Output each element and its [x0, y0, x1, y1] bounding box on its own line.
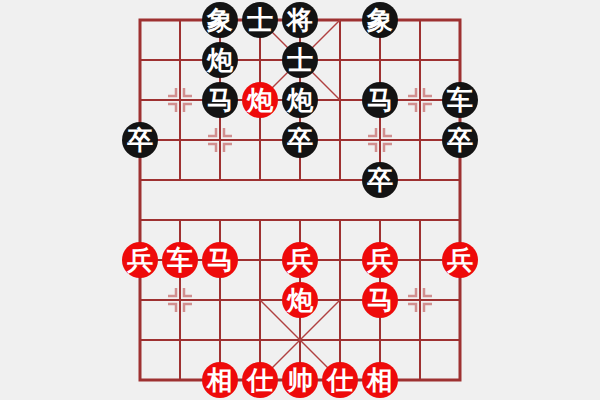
board-point-r8c0[interactable] — [120, 320, 160, 360]
board-point-r8c2[interactable] — [200, 320, 240, 360]
piece-red-soldier[interactable]: 兵 — [282, 242, 318, 278]
board-point-r4c5[interactable] — [320, 160, 360, 200]
board-point-r0c0[interactable] — [120, 0, 160, 40]
board-point-r8c3[interactable] — [240, 320, 280, 360]
piece-black-soldier[interactable]: 卒 — [282, 122, 318, 158]
board-point-r3c3[interactable] — [240, 120, 280, 160]
board-point-r5c4[interactable] — [280, 200, 320, 240]
board-point-r0c7[interactable] — [400, 0, 440, 40]
board-point-r4c3[interactable] — [240, 160, 280, 200]
board-point-r9c0[interactable] — [120, 360, 160, 400]
board-point-r8c1[interactable] — [160, 320, 200, 360]
piece-red-soldier[interactable]: 兵 — [362, 242, 398, 278]
board-point-r9c2[interactable]: 相 — [200, 360, 240, 400]
board-point-r5c0[interactable] — [120, 200, 160, 240]
board-point-r7c8[interactable] — [440, 280, 480, 320]
board-point-r3c0[interactable]: 卒 — [120, 120, 160, 160]
board-point-r1c1[interactable] — [160, 40, 200, 80]
board-point-r1c8[interactable] — [440, 40, 480, 80]
board-point-r9c4[interactable]: 帅 — [280, 360, 320, 400]
piece-black-elephant[interactable]: 象 — [362, 2, 398, 38]
board-point-r2c5[interactable] — [320, 80, 360, 120]
piece-red-cannon[interactable]: 炮 — [282, 282, 318, 318]
piece-black-soldier[interactable]: 卒 — [362, 162, 398, 198]
piece-black-general[interactable]: 将 — [282, 2, 318, 38]
board-point-r0c3[interactable]: 士 — [240, 0, 280, 40]
board-point-r3c4[interactable]: 卒 — [280, 120, 320, 160]
piece-red-general[interactable]: 帅 — [282, 362, 318, 398]
board-point-r9c3[interactable]: 仕 — [240, 360, 280, 400]
board-point-r3c1[interactable] — [160, 120, 200, 160]
board-point-r0c8[interactable] — [440, 0, 480, 40]
board-point-r0c6[interactable]: 象 — [360, 0, 400, 40]
board-point-r6c5[interactable] — [320, 240, 360, 280]
board-point-r6c4[interactable]: 兵 — [280, 240, 320, 280]
board-point-r7c2[interactable] — [200, 280, 240, 320]
piece-red-horse[interactable]: 马 — [362, 282, 398, 318]
board-point-r1c4[interactable]: 士 — [280, 40, 320, 80]
board-point-r9c6[interactable]: 相 — [360, 360, 400, 400]
piece-black-chariot[interactable]: 车 — [442, 82, 478, 118]
board-point-r1c6[interactable] — [360, 40, 400, 80]
board-point-r6c8[interactable]: 兵 — [440, 240, 480, 280]
board-point-r6c7[interactable] — [400, 240, 440, 280]
piece-red-soldier[interactable]: 兵 — [122, 242, 158, 278]
board-point-r5c6[interactable] — [360, 200, 400, 240]
board-point-r5c2[interactable] — [200, 200, 240, 240]
board-point-r2c8[interactable]: 车 — [440, 80, 480, 120]
board-point-r0c5[interactable] — [320, 0, 360, 40]
board-point-r7c5[interactable] — [320, 280, 360, 320]
piece-red-elephant[interactable]: 相 — [362, 362, 398, 398]
board-point-r6c6[interactable]: 兵 — [360, 240, 400, 280]
board-point-r5c3[interactable] — [240, 200, 280, 240]
board-point-r9c1[interactable] — [160, 360, 200, 400]
board-point-r2c0[interactable] — [120, 80, 160, 120]
piece-black-horse[interactable]: 马 — [362, 82, 398, 118]
board-point-r0c1[interactable] — [160, 0, 200, 40]
xiangqi-board: 象士将象炮士马炮炮马车卒卒卒卒兵车马兵兵兵炮马相仕帅仕相 — [120, 0, 480, 400]
board-point-r4c2[interactable] — [200, 160, 240, 200]
board-point-r1c7[interactable] — [400, 40, 440, 80]
board-point-r6c0[interactable]: 兵 — [120, 240, 160, 280]
piece-red-elephant[interactable]: 相 — [202, 362, 238, 398]
board-point-r4c7[interactable] — [400, 160, 440, 200]
board-point-r2c4[interactable]: 炮 — [280, 80, 320, 120]
board-point-r4c4[interactable] — [280, 160, 320, 200]
board-point-r8c7[interactable] — [400, 320, 440, 360]
board-point-r3c2[interactable] — [200, 120, 240, 160]
board-point-r1c3[interactable] — [240, 40, 280, 80]
board-point-r6c1[interactable]: 车 — [160, 240, 200, 280]
board-point-r7c3[interactable] — [240, 280, 280, 320]
board-point-r1c5[interactable] — [320, 40, 360, 80]
board-point-r2c1[interactable] — [160, 80, 200, 120]
board-point-r1c2[interactable]: 炮 — [200, 40, 240, 80]
board-point-r8c4[interactable] — [280, 320, 320, 360]
board-point-r1c0[interactable] — [120, 40, 160, 80]
board-point-r3c6[interactable] — [360, 120, 400, 160]
xiangqi-app: 象士将象炮士马炮炮马车卒卒卒卒兵车马兵兵兵炮马相仕帅仕相 — [0, 0, 600, 400]
board-point-r5c1[interactable] — [160, 200, 200, 240]
piece-black-horse[interactable]: 马 — [202, 82, 238, 118]
board-point-r4c0[interactable] — [120, 160, 160, 200]
board-point-r7c6[interactable]: 马 — [360, 280, 400, 320]
board-point-r4c8[interactable] — [440, 160, 480, 200]
board-point-r9c8[interactable] — [440, 360, 480, 400]
board-point-r0c2[interactable]: 象 — [200, 0, 240, 40]
piece-black-advisor[interactable]: 士 — [242, 2, 278, 38]
board-point-r5c8[interactable] — [440, 200, 480, 240]
board-point-r5c5[interactable] — [320, 200, 360, 240]
board-point-r5c7[interactable] — [400, 200, 440, 240]
piece-black-cannon[interactable]: 炮 — [202, 42, 238, 78]
piece-red-advisor[interactable]: 仕 — [322, 362, 358, 398]
board-point-r7c1[interactable] — [160, 280, 200, 320]
board-point-r2c7[interactable] — [400, 80, 440, 120]
board-point-r7c0[interactable] — [120, 280, 160, 320]
board-point-r8c6[interactable] — [360, 320, 400, 360]
board-point-r3c5[interactable] — [320, 120, 360, 160]
board-point-r4c1[interactable] — [160, 160, 200, 200]
board-point-r8c5[interactable] — [320, 320, 360, 360]
board-point-r3c8[interactable]: 卒 — [440, 120, 480, 160]
piece-red-chariot[interactable]: 车 — [162, 242, 198, 278]
board-point-r9c7[interactable] — [400, 360, 440, 400]
piece-red-advisor[interactable]: 仕 — [242, 362, 278, 398]
piece-red-horse[interactable]: 马 — [202, 242, 238, 278]
piece-black-elephant[interactable]: 象 — [202, 2, 238, 38]
board-point-r2c2[interactable]: 马 — [200, 80, 240, 120]
board-point-r7c7[interactable] — [400, 280, 440, 320]
piece-red-cannon[interactable]: 炮 — [242, 82, 278, 118]
board-point-r8c8[interactable] — [440, 320, 480, 360]
board-point-r9c5[interactable]: 仕 — [320, 360, 360, 400]
piece-red-soldier[interactable]: 兵 — [442, 242, 478, 278]
piece-black-soldier[interactable]: 卒 — [442, 122, 478, 158]
board-point-r2c3[interactable]: 炮 — [240, 80, 280, 120]
board-point-r4c6[interactable]: 卒 — [360, 160, 400, 200]
piece-black-cannon[interactable]: 炮 — [282, 82, 318, 118]
piece-black-advisor[interactable]: 士 — [282, 42, 318, 78]
board-point-r3c7[interactable] — [400, 120, 440, 160]
board-point-r6c3[interactable] — [240, 240, 280, 280]
board-point-r6c2[interactable]: 马 — [200, 240, 240, 280]
board-point-r0c4[interactable]: 将 — [280, 0, 320, 40]
board-point-r7c4[interactable]: 炮 — [280, 280, 320, 320]
piece-black-soldier[interactable]: 卒 — [122, 122, 158, 158]
board-point-r2c6[interactable]: 马 — [360, 80, 400, 120]
